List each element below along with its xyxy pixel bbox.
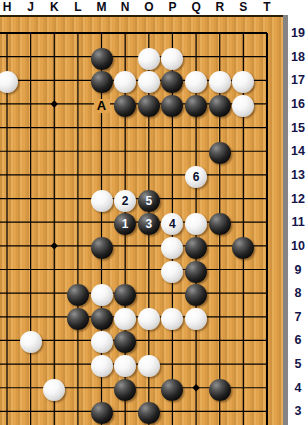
stone-white-N7[interactable] [114, 308, 136, 330]
row-label-11: 11 [288, 214, 308, 230]
stone-white-O18[interactable] [138, 48, 160, 70]
column-label-J: J [22, 0, 40, 14]
stone-white-M6[interactable] [91, 331, 113, 353]
stone-white-move-2-N12[interactable]: 2 [114, 190, 136, 212]
stone-black-R11[interactable] [209, 213, 231, 235]
stone-black-Q16[interactable] [185, 95, 207, 117]
move-number-label: 5 [145, 190, 152, 212]
column-label-O: O [140, 0, 158, 14]
stone-black-move-3-O11[interactable]: 3 [138, 213, 160, 235]
row-label-13: 13 [288, 167, 308, 183]
stone-black-M10[interactable] [91, 237, 113, 259]
row-label-16: 16 [288, 96, 308, 112]
stone-white-M12[interactable] [91, 190, 113, 212]
move-number-label: 3 [145, 213, 152, 235]
row-label-17: 17 [288, 72, 308, 88]
row-label-12: 12 [288, 191, 308, 207]
stone-black-M18[interactable] [91, 48, 113, 70]
stone-black-move-5-O12[interactable]: 5 [138, 190, 160, 212]
go-board-diagram: HJKLMNOPQRST 513624A 1918171615141312111… [0, 0, 308, 425]
row-label-15: 15 [288, 120, 308, 136]
stone-black-R16[interactable] [209, 95, 231, 117]
stone-white-M5[interactable] [91, 355, 113, 377]
star-point-Q4 [192, 384, 199, 391]
stone-white-Q7[interactable] [185, 308, 207, 330]
stone-black-Q10[interactable] [185, 237, 207, 259]
goban[interactable]: 513624A [0, 15, 283, 425]
stone-white-move-6-Q13[interactable]: 6 [185, 166, 207, 188]
stone-white-O17[interactable] [138, 71, 160, 93]
row-label-19: 19 [288, 25, 308, 41]
stone-white-P18[interactable] [161, 48, 183, 70]
row-label-8: 8 [288, 285, 308, 301]
column-label-R: R [211, 0, 229, 14]
stone-black-L7[interactable] [67, 308, 89, 330]
row-labels: 191817161514131211109876543 [288, 15, 308, 425]
column-label-L: L [69, 0, 87, 14]
stone-black-R4[interactable] [209, 379, 231, 401]
star-point-K10 [51, 242, 58, 249]
stone-black-O16[interactable] [138, 95, 160, 117]
column-labels: HJKLMNOPQRST [0, 0, 308, 15]
star-point-K16 [51, 100, 58, 107]
stone-white-J6[interactable] [20, 331, 42, 353]
column-label-T: T [258, 0, 276, 14]
stone-black-M7[interactable] [91, 308, 113, 330]
row-label-10: 10 [288, 238, 308, 254]
column-label-M: M [93, 0, 111, 14]
move-number-label: 6 [193, 166, 200, 188]
point-label-A-M16[interactable]: A [94, 99, 110, 113]
stone-black-N4[interactable] [114, 379, 136, 401]
stone-black-R14[interactable] [209, 142, 231, 164]
stone-black-M17[interactable] [91, 71, 113, 93]
column-label-P: P [163, 0, 181, 14]
row-label-4: 4 [288, 380, 308, 396]
stone-white-O5[interactable] [138, 355, 160, 377]
column-label-K: K [45, 0, 63, 14]
row-label-3: 3 [288, 403, 308, 419]
row-label-6: 6 [288, 332, 308, 348]
row-label-9: 9 [288, 262, 308, 278]
stone-black-N16[interactable] [114, 95, 136, 117]
row-label-18: 18 [288, 49, 308, 65]
stone-white-R17[interactable] [209, 71, 231, 93]
move-number-label: 4 [169, 213, 176, 235]
stone-black-L8[interactable] [67, 284, 89, 306]
stone-black-Q9[interactable] [185, 261, 207, 283]
stone-black-M3[interactable] [91, 402, 113, 424]
column-label-S: S [234, 0, 252, 14]
column-label-H: H [0, 0, 16, 14]
move-number-label: 2 [122, 190, 129, 212]
column-label-Q: Q [187, 0, 205, 14]
stone-white-O7[interactable] [138, 308, 160, 330]
stone-white-P9[interactable] [161, 261, 183, 283]
column-label-N: N [116, 0, 134, 14]
row-label-5: 5 [288, 356, 308, 372]
row-label-7: 7 [288, 309, 308, 325]
stone-white-M8[interactable] [91, 284, 113, 306]
stone-white-K4[interactable] [43, 379, 65, 401]
row-label-14: 14 [288, 143, 308, 159]
move-number-label: 1 [122, 213, 129, 235]
